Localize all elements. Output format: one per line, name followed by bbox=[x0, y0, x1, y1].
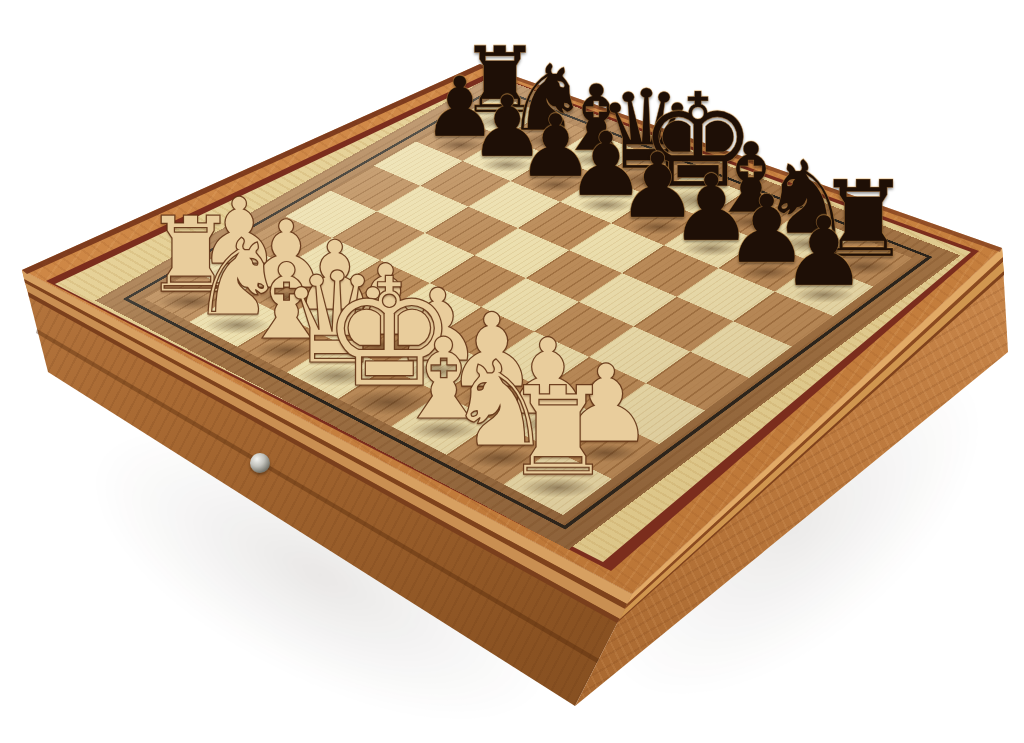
chess-set-photo: ♜♞♝♛♚♝♞♜♟♟♟♟♟♟♟♟♟♟♟♟♟♟♟♟♜♞♝♛♚♝♞♜ bbox=[0, 0, 1024, 743]
drawer-knob bbox=[250, 453, 270, 473]
